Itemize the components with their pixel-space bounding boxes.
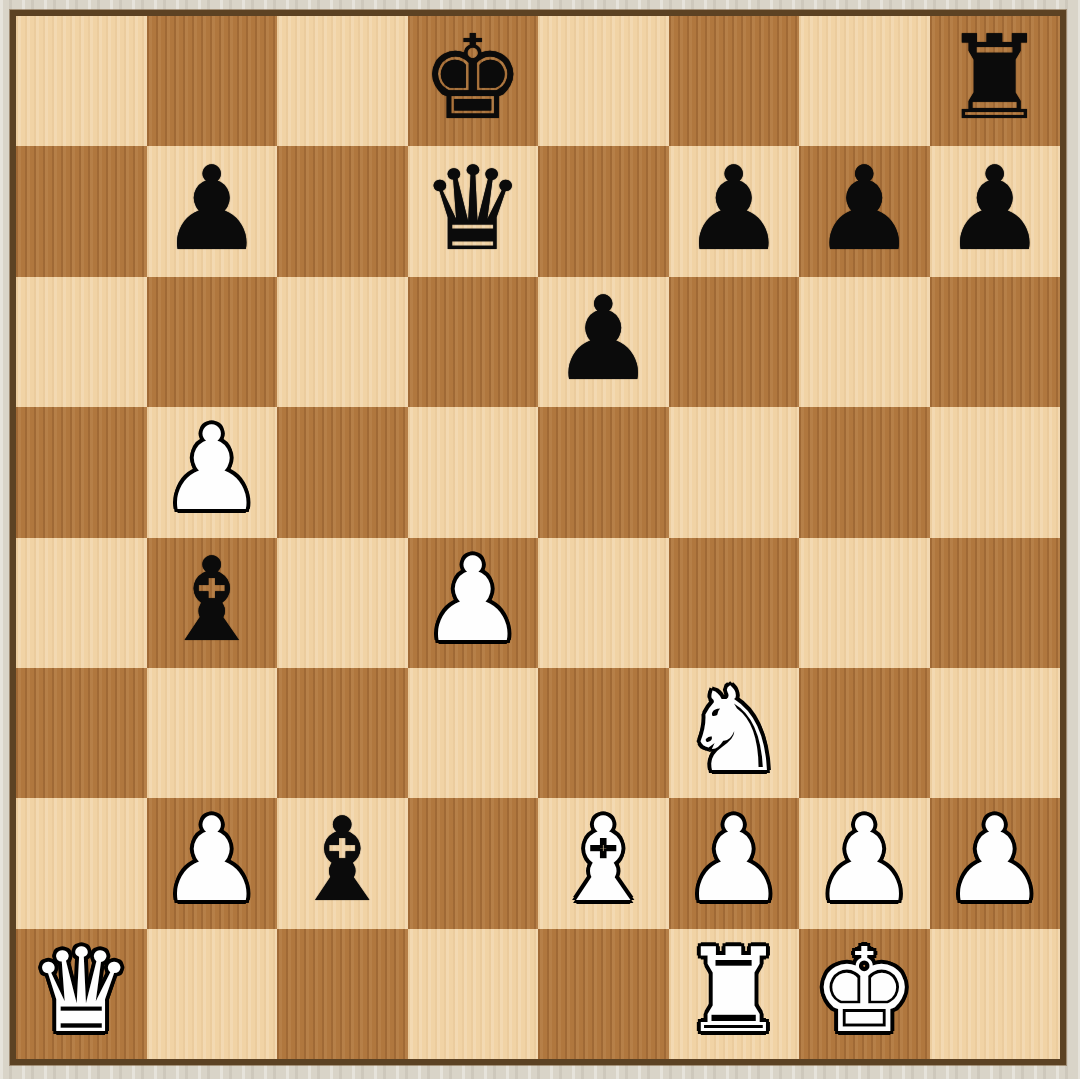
white-pawn[interactable]: ♟ (160, 411, 264, 527)
square-d5[interactable] (408, 407, 539, 537)
black-pawn[interactable]: ♟ (812, 151, 916, 267)
square-h1[interactable] (930, 929, 1061, 1059)
square-h2[interactable]: ♟ (930, 798, 1061, 928)
black-queen[interactable]: ♛ (421, 151, 525, 267)
square-b7[interactable]: ♟ (147, 146, 278, 276)
square-b2[interactable]: ♟ (147, 798, 278, 928)
square-a3[interactable] (16, 668, 147, 798)
square-h3[interactable] (930, 668, 1061, 798)
black-pawn[interactable]: ♟ (551, 281, 655, 397)
square-c6[interactable] (277, 277, 408, 407)
square-a5[interactable] (16, 407, 147, 537)
square-g1[interactable]: ♚ (799, 929, 930, 1059)
square-b6[interactable] (147, 277, 278, 407)
square-f4[interactable] (669, 538, 800, 668)
white-rook[interactable]: ♜ (682, 933, 786, 1049)
square-g5[interactable] (799, 407, 930, 537)
square-g8[interactable] (799, 16, 930, 146)
white-pawn[interactable]: ♟ (812, 802, 916, 918)
square-b8[interactable] (147, 16, 278, 146)
white-king[interactable]: ♚ (812, 933, 916, 1049)
square-e1[interactable] (538, 929, 669, 1059)
square-a2[interactable] (16, 798, 147, 928)
white-pawn[interactable]: ♟ (421, 542, 525, 658)
square-a1[interactable]: ♛ (16, 929, 147, 1059)
square-f1[interactable]: ♜ (669, 929, 800, 1059)
white-pawn[interactable]: ♟ (682, 802, 786, 918)
chess-app-page: ♚♜♟♛♟♟♟♟♟♝♟♞♟♝♝♟♟♟♛♜♚ (0, 0, 1080, 1079)
square-f8[interactable] (669, 16, 800, 146)
square-h4[interactable] (930, 538, 1061, 668)
black-king[interactable]: ♚ (421, 20, 525, 136)
square-d7[interactable]: ♛ (408, 146, 539, 276)
square-a6[interactable] (16, 277, 147, 407)
square-a7[interactable] (16, 146, 147, 276)
square-g2[interactable]: ♟ (799, 798, 930, 928)
square-h5[interactable] (930, 407, 1061, 537)
chess-board: ♚♜♟♛♟♟♟♟♟♝♟♞♟♝♝♟♟♟♛♜♚ (16, 16, 1060, 1059)
square-f2[interactable]: ♟ (669, 798, 800, 928)
square-c2[interactable]: ♝ (277, 798, 408, 928)
square-e6[interactable]: ♟ (538, 277, 669, 407)
square-b4[interactable]: ♝ (147, 538, 278, 668)
square-d8[interactable]: ♚ (408, 16, 539, 146)
square-d6[interactable] (408, 277, 539, 407)
square-d2[interactable] (408, 798, 539, 928)
black-bishop[interactable]: ♝ (290, 802, 394, 918)
white-knight[interactable]: ♞ (682, 672, 786, 788)
square-f7[interactable]: ♟ (669, 146, 800, 276)
square-e5[interactable] (538, 407, 669, 537)
square-c3[interactable] (277, 668, 408, 798)
square-a8[interactable] (16, 16, 147, 146)
square-a4[interactable] (16, 538, 147, 668)
square-h7[interactable]: ♟ (930, 146, 1061, 276)
square-e4[interactable] (538, 538, 669, 668)
square-c5[interactable] (277, 407, 408, 537)
square-b3[interactable] (147, 668, 278, 798)
square-g7[interactable]: ♟ (799, 146, 930, 276)
black-bishop[interactable]: ♝ (160, 542, 264, 658)
square-f6[interactable] (669, 277, 800, 407)
black-pawn[interactable]: ♟ (682, 151, 786, 267)
square-f3[interactable]: ♞ (669, 668, 800, 798)
black-pawn[interactable]: ♟ (160, 151, 264, 267)
square-e8[interactable] (538, 16, 669, 146)
square-e7[interactable] (538, 146, 669, 276)
square-d4[interactable]: ♟ (408, 538, 539, 668)
square-e3[interactable] (538, 668, 669, 798)
square-d3[interactable] (408, 668, 539, 798)
square-h6[interactable] (930, 277, 1061, 407)
white-queen[interactable]: ♛ (29, 933, 133, 1049)
square-c4[interactable] (277, 538, 408, 668)
black-rook[interactable]: ♜ (943, 20, 1047, 136)
white-pawn[interactable]: ♟ (160, 802, 264, 918)
square-c1[interactable] (277, 929, 408, 1059)
chess-board-frame: ♚♜♟♛♟♟♟♟♟♝♟♞♟♝♝♟♟♟♛♜♚ (10, 10, 1066, 1065)
square-b1[interactable] (147, 929, 278, 1059)
white-bishop[interactable]: ♝ (551, 802, 655, 918)
square-h8[interactable]: ♜ (930, 16, 1061, 146)
square-g3[interactable] (799, 668, 930, 798)
square-f5[interactable] (669, 407, 800, 537)
white-pawn[interactable]: ♟ (943, 802, 1047, 918)
square-b5[interactable]: ♟ (147, 407, 278, 537)
square-g4[interactable] (799, 538, 930, 668)
square-c7[interactable] (277, 146, 408, 276)
square-c8[interactable] (277, 16, 408, 146)
square-e2[interactable]: ♝ (538, 798, 669, 928)
square-d1[interactable] (408, 929, 539, 1059)
square-g6[interactable] (799, 277, 930, 407)
black-pawn[interactable]: ♟ (943, 151, 1047, 267)
